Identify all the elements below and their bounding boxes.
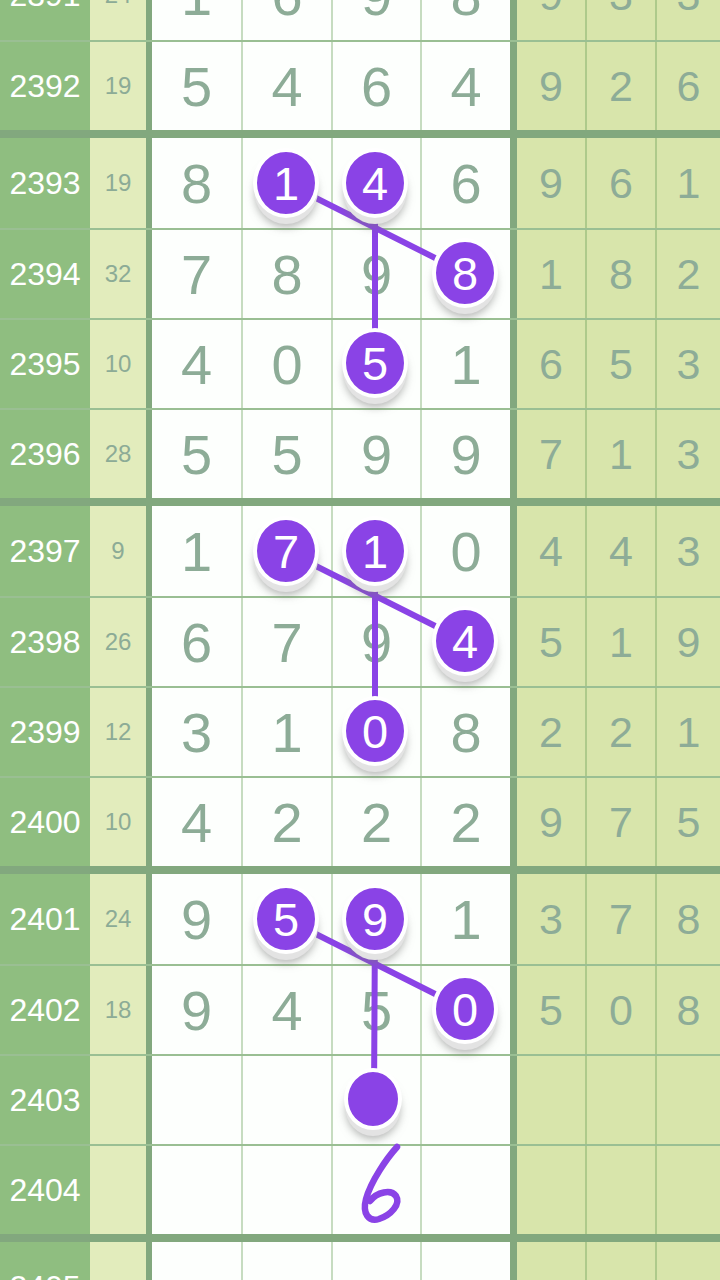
vertical-divider [510,410,517,498]
table-row: 2405 [0,1242,720,1280]
period-cell: 2397 [0,506,90,596]
digit-cell[interactable] [420,1146,510,1234]
digit-cell[interactable] [331,1146,420,1234]
filled-dot-mark[interactable] [344,1068,402,1130]
sum-cell: 19 [90,42,146,130]
stat-cell: 1 [517,230,585,318]
digit-cell[interactable] [241,1242,331,1280]
draw-group: 2391 24 1 6 9 8 9 3 3 2392 19 5 4 6 4 [0,0,720,130]
digit-cell[interactable]: 2 [241,778,331,866]
stat-cell: 3 [585,0,655,40]
digit-cell[interactable]: 5 [331,966,420,1054]
digit-cell[interactable]: 8 [241,230,331,318]
table-row: 2394 32 7 8 9 8 1 8 2 [0,228,720,318]
marked-circle[interactable]: 7 [253,516,319,586]
period-cell: 2401 [0,874,90,964]
marked-circle[interactable]: 4 [342,148,408,218]
marked-circle[interactable]: 1 [253,148,319,218]
sum-cell: 28 [90,410,146,498]
table-row: 2404 [0,1144,720,1234]
digit-cell[interactable]: 8 [152,138,241,228]
digit-cell[interactable] [241,1056,331,1144]
digit-cell[interactable]: 3 [152,688,241,776]
vertical-divider [510,688,517,776]
sum-cell: 24 [90,874,146,964]
stat-cell: 0 [585,966,655,1054]
digit-cell[interactable]: 9 [420,410,510,498]
digit-cell[interactable]: 9 [152,874,241,964]
digit-cell[interactable]: 1 [241,688,331,776]
digit-cell[interactable] [241,1146,331,1234]
group-divider [0,1234,720,1242]
vertical-divider [510,320,517,408]
digit-cell[interactable]: 4 [241,966,331,1054]
group-divider [0,130,720,138]
period-cell: 2391 [0,0,90,40]
stat-cell: 1 [585,410,655,498]
period-cell: 2402 [0,966,90,1054]
stat-cell: 6 [585,138,655,228]
digit-cell[interactable]: 9 [331,0,420,40]
digit-cell[interactable] [152,1146,241,1234]
marked-circle[interactable]: 8 [432,238,498,308]
trend-chart-board[interactable]: 2391 24 1 6 9 8 9 3 3 2392 19 5 4 6 4 [0,0,720,1280]
sum-cell [90,1056,146,1144]
stat-cell: 9 [517,0,585,40]
stat-cell: 3 [655,320,720,408]
marked-circle[interactable]: 1 [342,516,408,586]
vertical-divider [510,966,517,1054]
period-cell: 2392 [0,42,90,130]
stat-cell: 2 [585,688,655,776]
stat-cell: 7 [585,874,655,964]
digit-cell[interactable]: 6 [420,138,510,228]
marked-circle[interactable]: 5 [342,328,408,398]
sum-cell: 9 [90,506,146,596]
sum-cell: 32 [90,230,146,318]
stat-cell [655,1056,720,1144]
stat-cell: 7 [517,410,585,498]
stat-cell: 5 [655,778,720,866]
stat-cell: 1 [655,688,720,776]
digit-cell[interactable]: 6 [241,0,331,40]
stat-cell [517,1242,585,1280]
digit-cell[interactable]: 5 [241,410,331,498]
digit-cell[interactable]: 8 [420,688,510,776]
stat-cell: 8 [585,230,655,318]
digit-cell[interactable]: 9 [152,966,241,1054]
stat-cell [517,1146,585,1234]
digit-cell[interactable]: 5 [152,42,241,130]
digit-cell[interactable] [152,1056,241,1144]
stat-cell: 3 [655,506,720,596]
stat-cell: 3 [517,874,585,964]
stat-cell: 6 [655,42,720,130]
stat-cell [585,1056,655,1144]
digit-cell[interactable] [331,1242,420,1280]
sum-cell: 19 [90,138,146,228]
period-cell: 2396 [0,410,90,498]
marked-circle[interactable]: 9 [342,884,408,954]
stat-cell [585,1146,655,1234]
draw-group: 2405 [0,1242,720,1280]
digit-cell[interactable]: 0 [241,320,331,408]
digit-cell[interactable]: 0 [420,506,510,596]
stat-cell [585,1242,655,1280]
table-row: 2396 28 5 5 9 9 7 1 3 [0,408,720,498]
period-cell: 2404 [0,1146,90,1234]
digit-cell[interactable] [420,1056,510,1144]
stat-cell: 2 [655,230,720,318]
digit-cell[interactable]: 1 [152,0,241,40]
sum-cell: 10 [90,320,146,408]
digit-cell[interactable]: 4 [152,778,241,866]
digit-cell[interactable]: 6 [152,598,241,686]
period-cell: 2399 [0,688,90,776]
stat-cell: 5 [517,598,585,686]
digit-cell[interactable]: 4 [152,320,241,408]
stat-cell: 6 [517,320,585,408]
digit-cell[interactable]: 1 [152,506,241,596]
period-cell: 2394 [0,230,90,318]
period-cell: 2398 [0,598,90,686]
table-row: 2398 26 6 7 9 4 5 1 9 [0,596,720,686]
stat-cell: 1 [585,598,655,686]
period-cell: 2403 [0,1056,90,1144]
sum-cell: 26 [90,598,146,686]
sum-cell: 18 [90,966,146,1054]
stat-cell: 3 [655,0,720,40]
digit-cell[interactable]: 2 [420,778,510,866]
marked-circle[interactable]: 5 [253,884,319,954]
sum-cell: 12 [90,688,146,776]
table-row: 2392 19 5 4 6 4 9 2 6 [0,40,720,130]
stat-cell [655,1146,720,1234]
table-row: 2400 10 4 2 2 2 9 7 5 [0,776,720,866]
digit-cell[interactable] [152,1242,241,1280]
stat-cell: 8 [655,966,720,1054]
marked-circle[interactable]: 0 [342,696,408,766]
digit-cell[interactable]: 5 [152,410,241,498]
vertical-divider [510,778,517,866]
digit-cell[interactable]: 9 [331,410,420,498]
sum-cell [90,1146,146,1234]
sum-cell: 24 [90,0,146,40]
digit-cell[interactable]: 4 [241,42,331,130]
stat-cell [517,1056,585,1144]
digit-cell[interactable]: 7 [241,598,331,686]
table-row: 2391 24 1 6 9 8 9 3 3 [0,0,720,40]
table-row: 2402 18 9 4 5 0 5 0 8 [0,964,720,1054]
stat-cell: 5 [517,966,585,1054]
vertical-divider [510,42,517,130]
vertical-divider [510,506,517,596]
group-divider [0,498,720,506]
stat-cell: 1 [655,138,720,228]
period-cell: 2393 [0,138,90,228]
period-cell: 2405 [0,1242,90,1280]
sum-cell [90,1242,146,1280]
sum-cell: 10 [90,778,146,866]
period-cell: 2400 [0,778,90,866]
stat-cell: 9 [517,138,585,228]
vertical-divider [510,1146,517,1234]
vertical-divider [510,874,517,964]
digit-cell[interactable]: 8 [420,0,510,40]
digit-cell[interactable] [420,1242,510,1280]
digit-cell[interactable]: 6 [331,42,420,130]
vertical-divider [510,0,517,40]
stat-cell: 7 [585,778,655,866]
vertical-divider [510,598,517,686]
stat-cell: 9 [517,42,585,130]
stat-cell: 9 [517,778,585,866]
stat-cell: 8 [655,874,720,964]
digit-cell[interactable]: 1 [420,320,510,408]
digit-cell[interactable]: 9 [331,230,420,318]
vertical-divider [510,230,517,318]
stat-cell: 2 [585,42,655,130]
marked-circle[interactable]: 0 [432,974,498,1044]
period-cell: 2395 [0,320,90,408]
stat-cell: 3 [655,410,720,498]
stat-cell: 4 [517,506,585,596]
vertical-divider [510,1056,517,1144]
stat-cell: 4 [585,506,655,596]
stat-cell: 9 [655,598,720,686]
digit-cell[interactable]: 1 [420,874,510,964]
stat-cell: 2 [517,688,585,776]
digit-cell[interactable]: 4 [420,42,510,130]
vertical-divider [510,1242,517,1280]
marked-circle[interactable]: 4 [432,606,498,676]
group-divider [0,866,720,874]
digit-cell[interactable]: 9 [331,598,420,686]
digit-cell[interactable]: 2 [331,778,420,866]
stat-cell: 5 [585,320,655,408]
vertical-divider [510,138,517,228]
digit-cell[interactable]: 7 [152,230,241,318]
stat-cell [655,1242,720,1280]
